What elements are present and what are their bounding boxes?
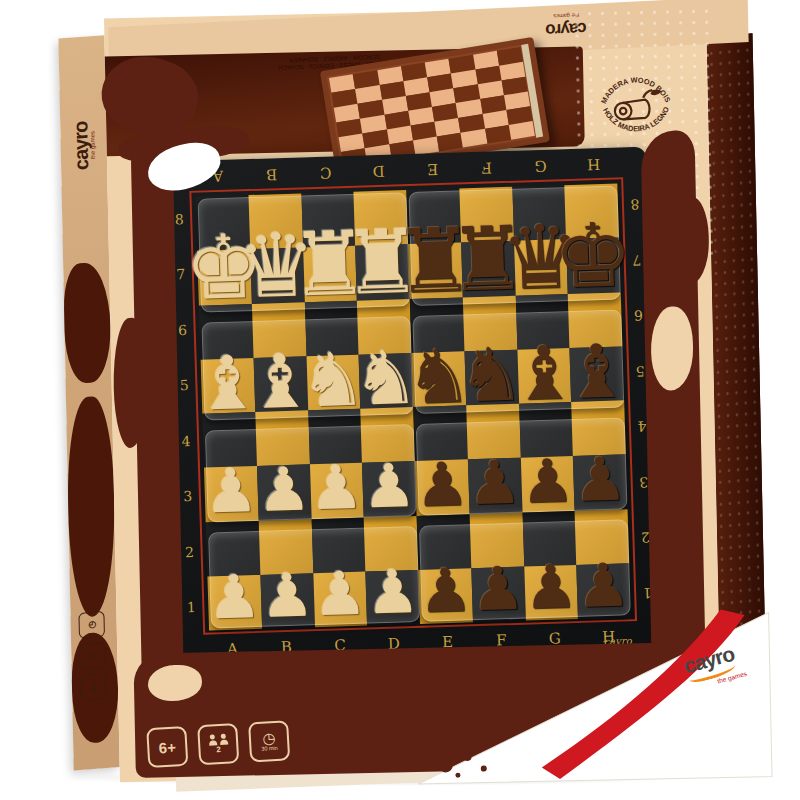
- pieces-layer: ♚♛♜♜♜♜♛♚♝♝♞♞♞♞♝♝♟♟♟♟♟♟♟♟♟♟♟♟♟♟♟♟: [195, 183, 630, 630]
- paint-splash: [63, 261, 111, 384]
- piece-row: ♚♛♜♜♜♜♛♚: [195, 175, 621, 310]
- age-label: 6+: [158, 739, 176, 755]
- piece-white-p: ♟: [259, 521, 315, 625]
- brand-tagline: the games: [88, 89, 96, 201]
- side-badge-time: ◷: [78, 611, 105, 639]
- players-icon: [208, 734, 228, 746]
- mini-square: [437, 133, 463, 152]
- chess-piece-glyph: ♟: [256, 460, 312, 519]
- chess-piece-glyph: ♟: [259, 566, 315, 625]
- time-label: 30 min: [261, 746, 278, 752]
- age-badge: 6+: [146, 726, 188, 768]
- side-badge-age: 6+: [80, 673, 107, 701]
- piece-dark-p: ♟: [466, 413, 522, 513]
- piece-dark-b: ♝: [568, 301, 624, 407]
- chess-piece-glyph: ♟: [414, 455, 470, 514]
- piece-dark-p: ♟: [572, 409, 628, 509]
- mini-square: [485, 125, 511, 144]
- piece-white-p: ♟: [308, 418, 364, 518]
- brand-logo-vertical: cayro the games: [69, 89, 97, 203]
- chess-piece-glyph: ♟: [309, 459, 365, 518]
- paint-splash: [66, 395, 117, 618]
- piece-white-p: ♟: [361, 416, 417, 516]
- chess-board: ABCDEFGH ABCDEFGH 87654321 87654321 ♚♛♜♜…: [164, 147, 662, 668]
- piece-row: ♟♟♟♟♟♟♟♟: [203, 409, 628, 520]
- file-label-top: G: [513, 151, 568, 181]
- piece-white-p: ♟: [206, 523, 262, 627]
- file-label-top: F: [459, 153, 514, 183]
- chess-piece-glyph: ♝: [563, 335, 632, 407]
- piece-white-p: ♟: [255, 419, 311, 519]
- piece-row: ♝♝♞♞♞♞♝♝: [199, 301, 624, 418]
- side-badge-players: 2: [79, 642, 106, 670]
- chess-piece-glyph: ♚: [552, 213, 633, 299]
- chess-piece-glyph: ♟: [207, 568, 263, 627]
- product-box: cayro the games ◷ 2 6+ cayro the games A…: [58, 1, 768, 793]
- piece-dark-k: ♚: [564, 175, 621, 299]
- piece-white-p: ♟: [311, 520, 367, 624]
- chess-piece-glyph: ♟: [520, 452, 576, 511]
- piece-dark-p: ♟: [413, 414, 469, 514]
- info-badges: 6+ 2 ◷ 30 min: [146, 720, 290, 768]
- chess-piece-glyph: ♟: [572, 450, 628, 509]
- clock-icon: ◷: [87, 621, 97, 630]
- file-label-top: H: [566, 149, 621, 179]
- time-badge: ◷ 30 min: [248, 720, 290, 762]
- mini-board-grid: [329, 47, 535, 167]
- piece-dark-p: ♟: [519, 411, 575, 511]
- mini-square: [461, 129, 487, 148]
- corner-wedge: [406, 596, 780, 789]
- paint-splash: [668, 196, 710, 287]
- rank-label-left: 1: [180, 579, 204, 635]
- players-badge: 2: [197, 723, 239, 765]
- chess-piece-glyph: ♟: [203, 462, 259, 521]
- log-icon: [614, 89, 662, 119]
- piece-white-p: ♟: [203, 421, 259, 521]
- wedge-svg: [406, 596, 780, 789]
- chess-piece-glyph: ♟: [312, 565, 368, 624]
- players-count: 2: [216, 746, 221, 754]
- chess-piece-glyph: ♟: [467, 454, 523, 513]
- side-badges: ◷ 2 6+: [78, 606, 110, 706]
- mini-square: [509, 121, 535, 140]
- chess-piece-glyph: ♟: [362, 457, 418, 516]
